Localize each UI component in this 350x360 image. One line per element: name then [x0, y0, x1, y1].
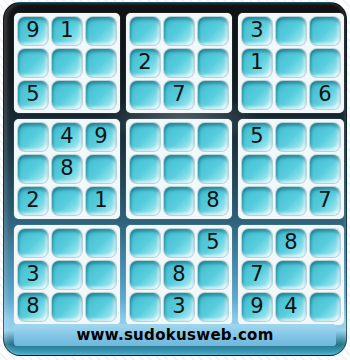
- sudoku-cell-r9c9[interactable]: [310, 293, 340, 321]
- sudoku-cell-r5c6[interactable]: [198, 155, 228, 183]
- sudoku-cell-r9c6[interactable]: [198, 293, 228, 321]
- cell-digit: 3: [26, 264, 39, 285]
- sudoku-cell-r8c7[interactable]: 7: [242, 261, 272, 289]
- sudoku-cell-r2c5[interactable]: [164, 49, 194, 77]
- sudoku-cell-r1c1[interactable]: 9: [18, 17, 48, 45]
- sudoku-cell-r3c9[interactable]: 6: [310, 81, 340, 109]
- sudoku-box-4: 49821: [14, 119, 120, 219]
- cell-digit: 1: [250, 52, 263, 73]
- sudoku-cell-r1c2[interactable]: 1: [52, 17, 82, 45]
- sudoku-cell-r7c6[interactable]: 5: [198, 229, 228, 257]
- sudoku-cell-r8c6[interactable]: [198, 261, 228, 289]
- sudoku-cell-r2c1[interactable]: [18, 49, 48, 77]
- sudoku-cell-r8c4[interactable]: [130, 261, 160, 289]
- sudoku-cell-r2c6[interactable]: [198, 49, 228, 77]
- sudoku-cell-r3c2[interactable]: [52, 81, 82, 109]
- sudoku-cell-r3c8[interactable]: [276, 81, 306, 109]
- cell-digit: 5: [250, 126, 263, 147]
- sudoku-cell-r3c6[interactable]: [198, 81, 228, 109]
- sudoku-cell-r4c7[interactable]: 5: [242, 123, 272, 151]
- cell-digit: 8: [60, 158, 73, 179]
- cell-digit: 5: [26, 84, 39, 105]
- sudoku-box-9: 8794: [238, 225, 344, 325]
- sudoku-box-5: 8: [126, 119, 232, 219]
- sudoku-cell-r9c3[interactable]: [86, 293, 116, 321]
- cell-digit: 8: [206, 190, 219, 211]
- sudoku-cell-r5c7[interactable]: [242, 155, 272, 183]
- sudoku-cell-r1c3[interactable]: [86, 17, 116, 45]
- sudoku-cell-r6c9[interactable]: 7: [310, 187, 340, 215]
- sudoku-cell-r6c8[interactable]: [276, 187, 306, 215]
- cell-digit: 3: [172, 296, 185, 317]
- sudoku-cell-r6c7[interactable]: [242, 187, 272, 215]
- sudoku-cell-r4c2[interactable]: 4: [52, 123, 82, 151]
- sudoku-cell-r2c2[interactable]: [52, 49, 82, 77]
- cell-digit: 8: [284, 232, 297, 253]
- footer-bar: www.sudokusweb.com: [14, 324, 336, 346]
- sudoku-cell-r2c7[interactable]: 1: [242, 49, 272, 77]
- cell-digit: 9: [26, 20, 39, 41]
- sudoku-cell-r3c4[interactable]: [130, 81, 160, 109]
- cell-digit: 9: [250, 296, 263, 317]
- sudoku-cell-r8c8[interactable]: [276, 261, 306, 289]
- cell-digit: 2: [26, 190, 39, 211]
- cell-digit: 5: [206, 232, 219, 253]
- sudoku-cell-r5c5[interactable]: [164, 155, 194, 183]
- cell-digit: 4: [284, 296, 297, 317]
- sudoku-cell-r3c7[interactable]: [242, 81, 272, 109]
- sudoku-cell-r4c8[interactable]: [276, 123, 306, 151]
- sudoku-cell-r7c4[interactable]: [130, 229, 160, 257]
- sudoku-cell-r8c3[interactable]: [86, 261, 116, 289]
- sudoku-cell-r4c5[interactable]: [164, 123, 194, 151]
- sudoku-cell-r1c8[interactable]: [276, 17, 306, 45]
- sudoku-cell-r9c1[interactable]: 8: [18, 293, 48, 321]
- sudoku-box-1: 915: [14, 13, 120, 113]
- sudoku-box-8: 583: [126, 225, 232, 325]
- site-link[interactable]: www.sudokusweb.com: [76, 326, 273, 344]
- cell-digit: 1: [94, 190, 107, 211]
- sudoku-cell-r7c2[interactable]: [52, 229, 82, 257]
- cell-digit: 3: [250, 20, 263, 41]
- sudoku-cell-r4c1[interactable]: [18, 123, 48, 151]
- sudoku-cell-r9c5[interactable]: 3: [164, 293, 194, 321]
- sudoku-cell-r7c1[interactable]: [18, 229, 48, 257]
- sudoku-cell-r6c3[interactable]: 1: [86, 187, 116, 215]
- sudoku-cell-r4c6[interactable]: [198, 123, 228, 151]
- sudoku-cell-r1c9[interactable]: [310, 17, 340, 45]
- sudoku-cell-r5c8[interactable]: [276, 155, 306, 183]
- cell-digit: 7: [250, 264, 263, 285]
- sudoku-cell-r1c5[interactable]: [164, 17, 194, 45]
- sudoku-cell-r7c5[interactable]: [164, 229, 194, 257]
- sudoku-cell-r3c3[interactable]: [86, 81, 116, 109]
- cell-digit: 7: [318, 190, 331, 211]
- sudoku-cell-r2c9[interactable]: [310, 49, 340, 77]
- sudoku-cell-r1c7[interactable]: 3: [242, 17, 272, 45]
- cell-digit: 6: [318, 84, 331, 105]
- sudoku-cell-r7c3[interactable]: [86, 229, 116, 257]
- cell-digit: 4: [60, 126, 73, 147]
- sudoku-cell-r7c8[interactable]: 8: [276, 229, 306, 257]
- sudoku-cell-r2c4[interactable]: 2: [130, 49, 160, 77]
- sudoku-cell-r6c5[interactable]: [164, 187, 194, 215]
- sudoku-cell-r1c4[interactable]: [130, 17, 160, 45]
- sudoku-cell-r6c4[interactable]: [130, 187, 160, 215]
- sudoku-cell-r2c3[interactable]: [86, 49, 116, 77]
- sudoku-cell-r3c5[interactable]: 7: [164, 81, 194, 109]
- sudoku-box-7: 38: [14, 225, 120, 325]
- sudoku-cell-r7c7[interactable]: [242, 229, 272, 257]
- sudoku-cell-r8c5[interactable]: 8: [164, 261, 194, 289]
- sudoku-cell-r7c9[interactable]: [310, 229, 340, 257]
- sudoku-cell-r9c4[interactable]: [130, 293, 160, 321]
- sudoku-cell-r4c4[interactable]: [130, 123, 160, 151]
- sudoku-cell-r9c2[interactable]: [52, 293, 82, 321]
- sudoku-box-6: 57: [238, 119, 344, 219]
- sudoku-cell-r5c1[interactable]: [18, 155, 48, 183]
- sudoku-widget-frame: 9152731649821857385838794 www.sudokusweb…: [3, 2, 347, 356]
- sudoku-cell-r9c7[interactable]: 9: [242, 293, 272, 321]
- sudoku-cell-r5c2[interactable]: 8: [52, 155, 82, 183]
- sudoku-cell-r4c3[interactable]: 9: [86, 123, 116, 151]
- cell-digit: 1: [60, 20, 73, 41]
- sudoku-cell-r8c2[interactable]: [52, 261, 82, 289]
- sudoku-cell-r5c4[interactable]: [130, 155, 160, 183]
- sudoku-cell-r1c6[interactable]: [198, 17, 228, 45]
- sudoku-board: 9152731649821857385838794: [14, 13, 344, 325]
- cell-digit: 2: [138, 52, 151, 73]
- sudoku-cell-r4c9[interactable]: [310, 123, 340, 151]
- sudoku-cell-r8c9[interactable]: [310, 261, 340, 289]
- sudoku-cell-r3c1[interactable]: 5: [18, 81, 48, 109]
- cell-digit: 7: [172, 84, 185, 105]
- cell-digit: 9: [94, 126, 107, 147]
- sudoku-cell-r5c3[interactable]: [86, 155, 116, 183]
- sudoku-cell-r6c6[interactable]: 8: [198, 187, 228, 215]
- sudoku-cell-r5c9[interactable]: [310, 155, 340, 183]
- sudoku-box-2: 27: [126, 13, 232, 113]
- sudoku-cell-r8c1[interactable]: 3: [18, 261, 48, 289]
- cell-digit: 8: [26, 296, 39, 317]
- sudoku-cell-r2c8[interactable]: [276, 49, 306, 77]
- sudoku-cell-r6c1[interactable]: 2: [18, 187, 48, 215]
- sudoku-cell-r9c8[interactable]: 4: [276, 293, 306, 321]
- sudoku-cell-r6c2[interactable]: [52, 187, 82, 215]
- cell-digit: 8: [172, 264, 185, 285]
- sudoku-box-3: 316: [238, 13, 344, 113]
